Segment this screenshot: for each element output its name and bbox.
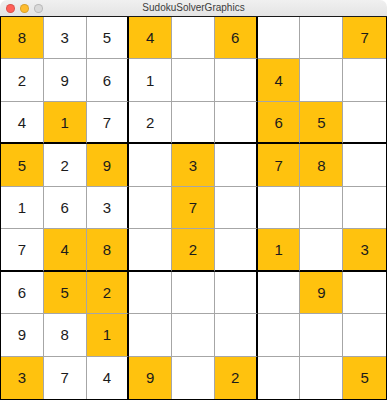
- cell-r5c5[interactable]: 7: [172, 187, 215, 229]
- cell-r4c3[interactable]: 9: [87, 144, 130, 186]
- cell-r1c7[interactable]: [258, 17, 301, 59]
- cell-r5c9[interactable]: [343, 187, 386, 229]
- cell-r7c3[interactable]: 2: [87, 272, 130, 314]
- cell-r7c7[interactable]: [258, 272, 301, 314]
- cell-r9c6[interactable]: 2: [215, 357, 258, 399]
- cell-r8c1[interactable]: 9: [1, 314, 44, 356]
- cell-r1c6[interactable]: 6: [215, 17, 258, 59]
- cell-r9c8[interactable]: [300, 357, 343, 399]
- cell-r4c5[interactable]: 3: [172, 144, 215, 186]
- cell-r4c9[interactable]: [343, 144, 386, 186]
- cell-r5c8[interactable]: [300, 187, 343, 229]
- cell-r7c1[interactable]: 6: [1, 272, 44, 314]
- cell-r3c4[interactable]: 2: [129, 102, 172, 144]
- cell-r2c1[interactable]: 2: [1, 59, 44, 101]
- cell-r2c6[interactable]: [215, 59, 258, 101]
- cell-r4c1[interactable]: 5: [1, 144, 44, 186]
- cell-r9c2[interactable]: 7: [44, 357, 87, 399]
- cell-r2c9[interactable]: [343, 59, 386, 101]
- cell-r1c5[interactable]: [172, 17, 215, 59]
- cell-r5c4[interactable]: [129, 187, 172, 229]
- zoom-button: [34, 4, 43, 13]
- cell-r6c3[interactable]: 8: [87, 229, 130, 271]
- cell-r4c6[interactable]: [215, 144, 258, 186]
- titlebar[interactable]: SudokuSolverGraphics: [0, 0, 387, 17]
- cell-r8c8[interactable]: [300, 314, 343, 356]
- cell-r9c4[interactable]: 9: [129, 357, 172, 399]
- cell-r4c7[interactable]: 7: [258, 144, 301, 186]
- cell-r9c9[interactable]: 5: [343, 357, 386, 399]
- cell-r7c8[interactable]: 9: [300, 272, 343, 314]
- sudoku-board: 8354672961441726552937816377482136529981…: [0, 17, 387, 400]
- cell-r8c6[interactable]: [215, 314, 258, 356]
- cell-r7c6[interactable]: [215, 272, 258, 314]
- cell-r5c3[interactable]: 3: [87, 187, 130, 229]
- cell-r6c4[interactable]: [129, 229, 172, 271]
- cell-r9c5[interactable]: [172, 357, 215, 399]
- traffic-lights: [6, 0, 43, 16]
- cell-r7c9[interactable]: [343, 272, 386, 314]
- cell-r3c1[interactable]: 4: [1, 102, 44, 144]
- cell-r9c3[interactable]: 4: [87, 357, 130, 399]
- cell-r8c4[interactable]: [129, 314, 172, 356]
- cell-r8c3[interactable]: 1: [87, 314, 130, 356]
- cell-r8c7[interactable]: [258, 314, 301, 356]
- cell-r3c7[interactable]: 6: [258, 102, 301, 144]
- cell-r8c9[interactable]: [343, 314, 386, 356]
- cell-r1c4[interactable]: 4: [129, 17, 172, 59]
- cell-r3c9[interactable]: [343, 102, 386, 144]
- cell-r2c7[interactable]: 4: [258, 59, 301, 101]
- cell-r3c3[interactable]: 7: [87, 102, 130, 144]
- cell-r7c5[interactable]: [172, 272, 215, 314]
- cell-r2c3[interactable]: 6: [87, 59, 130, 101]
- minimize-button[interactable]: [20, 4, 29, 13]
- cell-r9c7[interactable]: [258, 357, 301, 399]
- cell-r1c9[interactable]: 7: [343, 17, 386, 59]
- cell-r8c2[interactable]: 8: [44, 314, 87, 356]
- cell-r6c7[interactable]: 1: [258, 229, 301, 271]
- cell-r1c8[interactable]: [300, 17, 343, 59]
- app-window: SudokuSolverGraphics 8354672961441726552…: [0, 0, 387, 400]
- cell-r2c2[interactable]: 9: [44, 59, 87, 101]
- cell-r3c5[interactable]: [172, 102, 215, 144]
- cell-r7c2[interactable]: 5: [44, 272, 87, 314]
- cell-r2c8[interactable]: [300, 59, 343, 101]
- cell-r4c8[interactable]: 8: [300, 144, 343, 186]
- cell-r3c8[interactable]: 5: [300, 102, 343, 144]
- cell-r1c3[interactable]: 5: [87, 17, 130, 59]
- cell-r6c2[interactable]: 4: [44, 229, 87, 271]
- window-title: SudokuSolverGraphics: [142, 0, 244, 16]
- cell-r2c5[interactable]: [172, 59, 215, 101]
- cell-r6c6[interactable]: [215, 229, 258, 271]
- cell-r9c1[interactable]: 3: [1, 357, 44, 399]
- cell-r6c1[interactable]: 7: [1, 229, 44, 271]
- cell-r5c7[interactable]: [258, 187, 301, 229]
- cell-r5c6[interactable]: [215, 187, 258, 229]
- cell-r6c9[interactable]: 3: [343, 229, 386, 271]
- cell-r4c4[interactable]: [129, 144, 172, 186]
- cell-r8c5[interactable]: [172, 314, 215, 356]
- cell-r7c4[interactable]: [129, 272, 172, 314]
- cell-r6c5[interactable]: 2: [172, 229, 215, 271]
- cell-r3c6[interactable]: [215, 102, 258, 144]
- cell-r6c8[interactable]: [300, 229, 343, 271]
- cell-r5c1[interactable]: 1: [1, 187, 44, 229]
- cell-r2c4[interactable]: 1: [129, 59, 172, 101]
- cell-r1c1[interactable]: 8: [1, 17, 44, 59]
- cell-r1c2[interactable]: 3: [44, 17, 87, 59]
- cell-r4c2[interactable]: 2: [44, 144, 87, 186]
- close-button[interactable]: [6, 4, 15, 13]
- cell-r3c2[interactable]: 1: [44, 102, 87, 144]
- cell-r5c2[interactable]: 6: [44, 187, 87, 229]
